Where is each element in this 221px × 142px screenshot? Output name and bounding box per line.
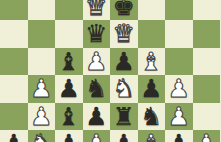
- square-g2[interactable]: ♟: [165, 130, 193, 142]
- black-pawn[interactable]: ♟: [58, 76, 80, 101]
- square-e3[interactable]: ♜: [110, 103, 138, 131]
- chessboard-viewport: ♛♚♛♛♝♟♟♝♟♟♞♞♟♟♟♝♟♜♞♟♟♞♟♟♟♝♟♟: [0, 0, 220, 142]
- black-pawn[interactable]: ♟: [140, 76, 162, 101]
- white-pawn[interactable]: ♟: [85, 49, 107, 74]
- black-knight[interactable]: ♞: [85, 76, 107, 101]
- black-pawn[interactable]: ♟: [113, 131, 135, 142]
- square-e7[interactable]: ♚: [110, 0, 138, 20]
- black-knight[interactable]: ♞: [140, 104, 162, 129]
- white-bishop[interactable]: ♝: [140, 131, 162, 142]
- square-g4[interactable]: ♟: [165, 75, 193, 103]
- square-c6[interactable]: [55, 20, 83, 48]
- square-c5[interactable]: ♝: [55, 48, 83, 76]
- square-c3[interactable]: ♝: [55, 103, 83, 131]
- square-b2[interactable]: ♞: [28, 130, 56, 142]
- square-h3[interactable]: [193, 103, 221, 131]
- white-pawn[interactable]: ♟: [30, 104, 52, 129]
- square-e2[interactable]: ♟: [110, 130, 138, 142]
- square-b3[interactable]: ♟: [28, 103, 56, 131]
- square-a2[interactable]: ♟: [0, 130, 28, 142]
- white-pawn[interactable]: ♟: [168, 76, 190, 101]
- white-bishop[interactable]: ♝: [140, 49, 162, 74]
- square-c4[interactable]: ♟: [55, 75, 83, 103]
- square-d2[interactable]: ♟: [83, 130, 111, 142]
- white-pawn[interactable]: ♟: [195, 131, 217, 142]
- black-pawn[interactable]: ♟: [168, 131, 190, 142]
- white-pawn[interactable]: ♟: [30, 76, 52, 101]
- square-f5[interactable]: ♝: [138, 48, 166, 76]
- white-knight[interactable]: ♞: [113, 76, 135, 101]
- square-a6[interactable]: [0, 20, 28, 48]
- square-b6[interactable]: [28, 20, 56, 48]
- square-h6[interactable]: [193, 20, 221, 48]
- square-g5[interactable]: [165, 48, 193, 76]
- black-bishop[interactable]: ♝: [58, 49, 80, 74]
- square-b7[interactable]: [28, 0, 56, 20]
- square-f7[interactable]: [138, 0, 166, 20]
- square-b4[interactable]: ♟: [28, 75, 56, 103]
- square-d4[interactable]: ♞: [83, 75, 111, 103]
- square-d5[interactable]: ♟: [83, 48, 111, 76]
- square-c7[interactable]: [55, 0, 83, 20]
- square-a5[interactable]: [0, 48, 28, 76]
- black-bishop[interactable]: ♝: [58, 104, 80, 129]
- black-queen[interactable]: ♛: [85, 21, 107, 46]
- square-e6[interactable]: ♛: [110, 20, 138, 48]
- square-g3[interactable]: ♟: [165, 103, 193, 131]
- black-pawn[interactable]: ♟: [85, 104, 107, 129]
- square-d3[interactable]: ♟: [83, 103, 111, 131]
- square-e4[interactable]: ♞: [110, 75, 138, 103]
- square-h7[interactable]: [193, 0, 221, 20]
- square-d7[interactable]: ♛: [83, 0, 111, 20]
- square-f6[interactable]: [138, 20, 166, 48]
- square-g6[interactable]: [165, 20, 193, 48]
- square-a7[interactable]: [0, 0, 28, 20]
- square-c2[interactable]: ♟: [55, 130, 83, 142]
- black-pawn[interactable]: ♟: [58, 131, 80, 142]
- square-f4[interactable]: ♟: [138, 75, 166, 103]
- chessboard: ♛♚♛♛♝♟♟♝♟♟♞♞♟♟♟♝♟♜♞♟♟♞♟♟♟♝♟♟: [0, 0, 220, 142]
- square-f3[interactable]: ♞: [138, 103, 166, 131]
- square-g7[interactable]: [165, 0, 193, 20]
- black-pawn[interactable]: ♟: [113, 49, 135, 74]
- square-d6[interactable]: ♛: [83, 20, 111, 48]
- white-knight[interactable]: ♞: [30, 131, 52, 142]
- square-a3[interactable]: [0, 103, 28, 131]
- square-h4[interactable]: [193, 75, 221, 103]
- white-pawn[interactable]: ♟: [168, 104, 190, 129]
- white-pawn[interactable]: ♟: [85, 131, 107, 142]
- black-pawn[interactable]: ♟: [3, 131, 25, 142]
- black-rook[interactable]: ♜: [113, 104, 135, 129]
- square-f2[interactable]: ♝: [138, 130, 166, 142]
- square-a4[interactable]: [0, 75, 28, 103]
- square-e5[interactable]: ♟: [110, 48, 138, 76]
- white-queen[interactable]: ♛: [85, 0, 107, 19]
- square-h5[interactable]: [193, 48, 221, 76]
- white-queen[interactable]: ♛: [113, 21, 135, 46]
- black-king[interactable]: ♚: [113, 0, 135, 19]
- square-h2[interactable]: ♟: [193, 130, 221, 142]
- square-b5[interactable]: [28, 48, 56, 76]
